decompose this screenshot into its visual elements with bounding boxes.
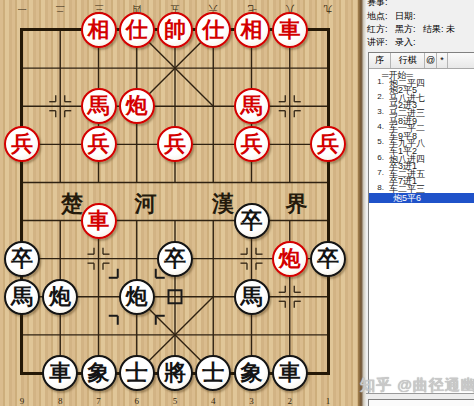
- game-meta-field: 讲评:: [367, 36, 388, 49]
- column-label-bottom: 5: [165, 396, 185, 406]
- move-list-header-cell[interactable]: 行棋: [391, 53, 425, 68]
- column-label-top: 一: [12, 2, 32, 15]
- piece-black[interactable]: 卒: [310, 241, 346, 277]
- watermark-text: 知乎 @曲径通幽: [360, 376, 474, 395]
- column-label-top: 九: [318, 2, 338, 15]
- piece-black[interactable]: 馬: [234, 279, 270, 315]
- game-info-panel: 赛事:地点:日期:红方:黑方:结果: 未讲评:录入: 序行棋@* ═开始═1.炮…: [366, 0, 474, 406]
- piece-red[interactable]: 仕: [119, 12, 155, 48]
- column-label-bottom: 4: [203, 396, 223, 406]
- move-row[interactable]: 6.炮八进四: [369, 154, 474, 162]
- game-meta-field: 地点:: [367, 10, 388, 23]
- column-label-bottom: 7: [89, 396, 109, 406]
- game-meta-field: 赛事:: [367, 0, 388, 9]
- piece-black[interactable]: 車: [272, 355, 308, 391]
- piece-red[interactable]: 車: [272, 12, 308, 48]
- column-label-bottom: 1: [318, 396, 338, 406]
- game-meta-field: 日期:: [395, 10, 416, 23]
- move-list-header-cell[interactable]: @: [425, 53, 437, 68]
- move-row[interactable]: 8.车二平三: [369, 184, 474, 192]
- game-meta-field: 录入:: [395, 36, 416, 49]
- river-label-chu-he: 楚 河: [61, 189, 180, 219]
- river-label-han-jie: 漢 界: [212, 189, 331, 219]
- move-list-header-filler[interactable]: [448, 53, 474, 68]
- move-row[interactable]: 2.马八进七: [369, 93, 474, 101]
- game-meta-field: 红方:: [367, 23, 388, 36]
- move-row[interactable]: 7.车二进五: [369, 169, 474, 177]
- column-label-top: 二: [50, 2, 70, 15]
- column-label-bottom: 9: [12, 396, 32, 406]
- piece-red[interactable]: 馬: [81, 88, 117, 124]
- piece-black[interactable]: 卒: [4, 241, 40, 277]
- move-row[interactable]: 3.马二进三: [369, 108, 474, 116]
- piece-black[interactable]: 炮: [42, 279, 78, 315]
- xiangqi-board[interactable]: 一二三四五六七八九 987654321 楚 河 漢 界 相仕帥仕相車馬炮馬兵兵兵…: [0, 0, 358, 406]
- piece-red[interactable]: 帥: [157, 12, 193, 48]
- piece-red[interactable]: 炮: [119, 88, 155, 124]
- column-label-bottom: 2: [280, 396, 300, 406]
- move-list[interactable]: 序行棋@* ═开始═1.炮二平四炮2平52.马八进七马2进33.马二进三马8进9…: [368, 52, 474, 394]
- move-row-selected[interactable]: 炮5平6: [369, 193, 474, 203]
- game-meta-field: 黑方:: [395, 23, 416, 36]
- piece-black[interactable]: 象: [81, 355, 117, 391]
- piece-red[interactable]: 兵: [234, 126, 270, 162]
- piece-red[interactable]: 兵: [81, 126, 117, 162]
- move-list-header: 序行棋@*: [369, 53, 474, 69]
- game-meta-field: 结果: 未: [423, 23, 455, 36]
- piece-black[interactable]: 將: [157, 355, 193, 391]
- move-number: 8.: [369, 183, 384, 192]
- move-list-header-cell[interactable]: *: [437, 53, 448, 68]
- column-label-bottom: 3: [242, 396, 262, 406]
- board-frame-edge: [358, 0, 366, 406]
- move-list-header-cell[interactable]: 序: [369, 53, 391, 68]
- piece-red[interactable]: 相: [81, 12, 117, 48]
- piece-red[interactable]: 仕: [195, 12, 231, 48]
- piece-red[interactable]: 炮: [272, 241, 308, 277]
- column-label-bottom: 6: [127, 396, 147, 406]
- piece-black[interactable]: 士: [195, 355, 231, 391]
- move-row[interactable]: 1.炮二平四: [369, 78, 474, 86]
- piece-black[interactable]: 士: [119, 355, 155, 391]
- piece-black[interactable]: 車: [42, 355, 78, 391]
- piece-red[interactable]: 馬: [234, 88, 270, 124]
- move-row[interactable]: 5.车九平八: [369, 138, 474, 146]
- piece-black[interactable]: 象: [234, 355, 270, 391]
- piece-black[interactable]: 馬: [4, 279, 40, 315]
- piece-red[interactable]: 車: [81, 203, 117, 239]
- move-row[interactable]: 4.车一平二: [369, 123, 474, 131]
- move-list-rows: ═开始═1.炮二平四炮2平52.马八进七马2进33.马二进三马8进94.车一平二…: [369, 70, 474, 192]
- piece-black[interactable]: 卒: [234, 203, 270, 239]
- xiangqi-app-window: 一二三四五六七八九 987654321 楚 河 漢 界 相仕帥仕相車馬炮馬兵兵兵…: [0, 0, 474, 406]
- piece-black[interactable]: 卒: [157, 241, 193, 277]
- piece-black-selected[interactable]: 炮: [119, 279, 155, 315]
- piece-red[interactable]: 相: [234, 12, 270, 48]
- column-label-bottom: 8: [50, 396, 70, 406]
- comment-box-edge: [368, 399, 474, 406]
